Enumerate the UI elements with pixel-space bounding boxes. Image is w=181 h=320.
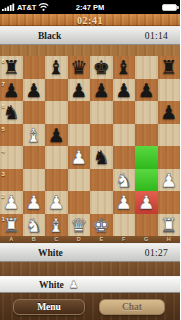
file-label-a: A <box>0 236 23 243</box>
piece-white-pawn: ♟ <box>70 146 87 168</box>
file-label-d: D <box>68 236 91 243</box>
piece-white-pawn: ♟ <box>3 191 20 213</box>
square-e7[interactable]: ♟ <box>90 79 113 102</box>
rank-label-6: 6 <box>2 103 5 109</box>
piece-black-pawn: ♟ <box>48 124 65 146</box>
status-bar: AT&T 2:47 PM <box>0 0 180 14</box>
square-d2[interactable] <box>68 191 91 214</box>
turn-indicator-label: White <box>0 280 64 290</box>
square-f4[interactable] <box>113 146 136 169</box>
square-f6[interactable] <box>113 101 136 124</box>
menu-button[interactable]: Menu <box>13 299 85 315</box>
square-g3[interactable] <box>135 169 158 192</box>
square-g6[interactable] <box>135 101 158 124</box>
piece-black-pawn: ♟ <box>160 101 177 123</box>
square-g2[interactable]: ♟ <box>135 191 158 214</box>
piece-black-rook: ♜ <box>3 56 20 78</box>
piece-white-knight: ♞ <box>115 169 132 191</box>
square-d6[interactable] <box>68 101 91 124</box>
piece-black-pawn: ♟ <box>115 79 132 101</box>
square-c5[interactable]: ♟ <box>45 124 68 147</box>
square-c1[interactable]: ♝ <box>45 214 68 237</box>
square-f2[interactable]: ♟ <box>113 191 136 214</box>
piece-black-queen: ♛ <box>70 56 87 78</box>
square-f1[interactable] <box>113 214 136 237</box>
piece-white-pawn: ♟ <box>160 169 177 191</box>
turn-indicator-bar: White ♟ <box>0 276 180 293</box>
square-b4[interactable] <box>23 146 46 169</box>
square-b8[interactable] <box>23 56 46 79</box>
piece-white-queen: ♛ <box>70 214 87 236</box>
square-d1[interactable]: ♛ <box>68 214 91 237</box>
square-e8[interactable]: ♚ <box>90 56 113 79</box>
black-player-label: Black <box>0 31 61 41</box>
square-h4[interactable] <box>158 146 181 169</box>
battery-icon <box>162 4 177 11</box>
square-d3[interactable] <box>68 169 91 192</box>
square-b2[interactable]: ♟ <box>23 191 46 214</box>
piece-black-bishop: ♝ <box>115 56 132 78</box>
white-player-bar: White 01:27 <box>0 243 180 262</box>
square-h6[interactable]: ♟ <box>158 101 181 124</box>
piece-white-pawn: ♟ <box>48 191 65 213</box>
wood-gap-bottom <box>0 262 180 276</box>
square-h2[interactable] <box>158 191 181 214</box>
piece-white-bishop: ♝ <box>25 124 42 146</box>
white-pawn-icon: ♟ <box>69 278 79 291</box>
square-b3[interactable] <box>23 169 46 192</box>
square-h8[interactable]: ♜ <box>158 56 181 79</box>
piece-black-pawn: ♟ <box>93 79 110 101</box>
square-b7[interactable]: ♟ <box>23 79 46 102</box>
rank-label-3: 3 <box>2 171 5 177</box>
square-c2[interactable]: ♟ <box>45 191 68 214</box>
square-c4[interactable] <box>45 146 68 169</box>
piece-white-rook: ♜ <box>3 214 20 236</box>
piece-black-rook: ♜ <box>160 56 177 78</box>
file-label-e: E <box>90 236 113 243</box>
rank-label-1: 1 <box>2 216 5 222</box>
square-d5[interactable] <box>68 124 91 147</box>
piece-black-pawn: ♟ <box>138 79 155 101</box>
rank-label-2: 2 <box>2 193 5 199</box>
square-h3[interactable]: ♟ <box>158 169 181 192</box>
square-c6[interactable] <box>45 101 68 124</box>
piece-black-pawn: ♟ <box>3 79 20 101</box>
file-label-c: C <box>45 236 68 243</box>
square-e1[interactable]: ♚ <box>90 214 113 237</box>
square-e3[interactable] <box>90 169 113 192</box>
square-f8[interactable]: ♝ <box>113 56 136 79</box>
file-label-g: G <box>135 236 158 243</box>
white-player-clock: 01:27 <box>145 248 180 258</box>
square-h5[interactable] <box>158 124 181 147</box>
square-d7[interactable]: ♟ <box>68 79 91 102</box>
file-letters-strip: ABCDEFGH <box>0 236 180 243</box>
square-f7[interactable]: ♟ <box>113 79 136 102</box>
square-h7[interactable] <box>158 79 181 102</box>
black-player-bar: Black 01:14 <box>0 26 180 45</box>
square-e5[interactable] <box>90 124 113 147</box>
square-d4[interactable]: ♟ <box>68 146 91 169</box>
square-c7[interactable] <box>45 79 68 102</box>
square-g8[interactable] <box>135 56 158 79</box>
square-g4[interactable] <box>135 146 158 169</box>
piece-white-king: ♚ <box>93 214 110 236</box>
square-g1[interactable] <box>135 214 158 237</box>
square-b6[interactable] <box>23 101 46 124</box>
file-label-f: F <box>113 236 136 243</box>
square-h1[interactable]: ♜ <box>158 214 181 237</box>
piece-black-king: ♚ <box>93 56 110 78</box>
square-e2[interactable] <box>90 191 113 214</box>
square-b1[interactable]: ♞ <box>23 214 46 237</box>
square-b5[interactable]: ♝ <box>23 124 46 147</box>
square-g7[interactable]: ♟ <box>135 79 158 102</box>
piece-white-pawn: ♟ <box>25 191 42 213</box>
square-e6[interactable] <box>90 101 113 124</box>
board-grid: ♜♝♛♚♝♜♟♟♟♟♟♟♞♟♝♟♟♞♞♟♟♟♟♟♟♜♞♝♛♚♜ <box>0 56 180 236</box>
bottom-button-row: Menu Chat <box>0 293 180 320</box>
piece-black-pawn: ♟ <box>70 79 87 101</box>
black-player-clock: 01:14 <box>145 31 180 41</box>
file-label-b: B <box>23 236 46 243</box>
piece-white-bishop: ♝ <box>48 214 65 236</box>
file-label-h: H <box>158 236 181 243</box>
piece-white-knight: ♞ <box>25 214 42 236</box>
square-f3[interactable]: ♞ <box>113 169 136 192</box>
piece-white-rook: ♜ <box>160 214 177 236</box>
piece-black-knight: ♞ <box>93 146 110 168</box>
square-c8[interactable]: ♝ <box>45 56 68 79</box>
rank-label-7: 7 <box>2 81 5 87</box>
white-player-label: White <box>0 248 63 258</box>
chess-app-screen: AT&T 2:47 PM 02:41 Black 01:14 ♜♝♛♚♝♜♟♟♟… <box>0 0 180 320</box>
game-timer: 02:41 <box>77 15 103 26</box>
piece-black-bishop: ♝ <box>48 56 65 78</box>
game-timer-strip: 02:41 <box>0 14 180 26</box>
clock-time: 2:47 PM <box>0 3 180 12</box>
square-d8[interactable]: ♛ <box>68 56 91 79</box>
rank-label-8: 8 <box>2 58 5 64</box>
chat-button[interactable]: Chat <box>99 299 165 315</box>
piece-white-pawn: ♟ <box>138 191 155 213</box>
piece-black-knight: ♞ <box>3 101 20 123</box>
square-g5[interactable] <box>135 124 158 147</box>
rank-label-4: 4 <box>2 148 5 154</box>
rank-label-5: 5 <box>2 126 5 132</box>
square-f5[interactable] <box>113 124 136 147</box>
square-e4[interactable]: ♞ <box>90 146 113 169</box>
wood-gap-top <box>0 45 180 56</box>
piece-white-pawn: ♟ <box>115 191 132 213</box>
piece-black-pawn: ♟ <box>25 79 42 101</box>
square-c3[interactable] <box>45 169 68 192</box>
chess-board: ♜♝♛♚♝♜♟♟♟♟♟♟♞♟♝♟♟♞♞♟♟♟♟♟♟♜♞♝♛♚♜ 87654321 <box>0 56 180 236</box>
